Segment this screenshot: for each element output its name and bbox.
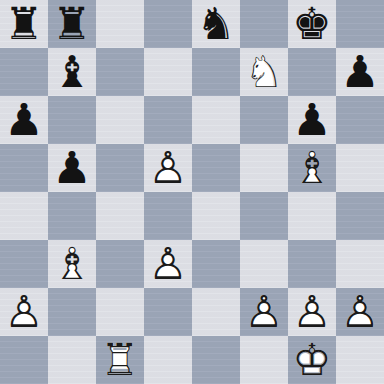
- square-h4[interactable]: [336, 192, 384, 240]
- piece-outline-glyph: ♗: [288, 144, 336, 192]
- square-e6[interactable]: [192, 96, 240, 144]
- square-c8[interactable]: [96, 0, 144, 48]
- square-d8[interactable]: [144, 0, 192, 48]
- square-c1[interactable]: ♜♖: [96, 336, 144, 384]
- square-f3[interactable]: [240, 240, 288, 288]
- square-b1[interactable]: [48, 336, 96, 384]
- square-g4[interactable]: [288, 192, 336, 240]
- square-a2[interactable]: ♟♙: [0, 288, 48, 336]
- piece-outline-glyph: ♗: [48, 240, 96, 288]
- square-c2[interactable]: [96, 288, 144, 336]
- piece-outline-glyph: ♙: [336, 288, 384, 336]
- piece-glyph: ♜: [48, 0, 96, 48]
- square-b8[interactable]: ♜: [48, 0, 96, 48]
- square-f6[interactable]: [240, 96, 288, 144]
- square-g3[interactable]: [288, 240, 336, 288]
- white-king-piece: ♚♔: [288, 336, 336, 384]
- white-pawn-piece: ♟♙: [144, 240, 192, 288]
- square-g7[interactable]: [288, 48, 336, 96]
- square-f1[interactable]: [240, 336, 288, 384]
- piece-outline-glyph: ♙: [144, 240, 192, 288]
- square-c3[interactable]: [96, 240, 144, 288]
- square-h1[interactable]: [336, 336, 384, 384]
- square-d7[interactable]: [144, 48, 192, 96]
- black-knight-piece: ♞: [192, 0, 240, 48]
- piece-outline-glyph: ♖: [96, 336, 144, 384]
- piece-glyph: ♞: [192, 0, 240, 48]
- black-rook-piece: ♜: [48, 0, 96, 48]
- square-b5[interactable]: ♟: [48, 144, 96, 192]
- piece-glyph: ♟: [0, 96, 48, 144]
- white-pawn-piece: ♟♙: [240, 288, 288, 336]
- square-a6[interactable]: ♟: [0, 96, 48, 144]
- square-b7[interactable]: ♝: [48, 48, 96, 96]
- white-bishop-piece: ♝♗: [288, 144, 336, 192]
- square-f4[interactable]: [240, 192, 288, 240]
- square-g5[interactable]: ♝♗: [288, 144, 336, 192]
- square-e8[interactable]: ♞: [192, 0, 240, 48]
- square-b3[interactable]: ♝♗: [48, 240, 96, 288]
- square-e4[interactable]: [192, 192, 240, 240]
- square-e7[interactable]: [192, 48, 240, 96]
- black-pawn-piece: ♟: [288, 96, 336, 144]
- piece-outline-glyph: ♙: [240, 288, 288, 336]
- square-a7[interactable]: [0, 48, 48, 96]
- black-pawn-piece: ♟: [336, 48, 384, 96]
- black-pawn-piece: ♟: [0, 96, 48, 144]
- square-h8[interactable]: [336, 0, 384, 48]
- piece-glyph: ♟: [336, 48, 384, 96]
- black-bishop-piece: ♝: [48, 48, 96, 96]
- white-knight-piece: ♞♘: [240, 48, 288, 96]
- square-a3[interactable]: [0, 240, 48, 288]
- white-bishop-piece: ♝♗: [48, 240, 96, 288]
- square-g2[interactable]: ♟♙: [288, 288, 336, 336]
- piece-glyph: ♟: [48, 144, 96, 192]
- piece-glyph: ♟: [288, 96, 336, 144]
- square-h2[interactable]: ♟♙: [336, 288, 384, 336]
- square-f2[interactable]: ♟♙: [240, 288, 288, 336]
- square-e1[interactable]: [192, 336, 240, 384]
- square-c7[interactable]: [96, 48, 144, 96]
- square-d4[interactable]: [144, 192, 192, 240]
- white-pawn-piece: ♟♙: [0, 288, 48, 336]
- black-king-piece: ♚: [288, 0, 336, 48]
- square-e2[interactable]: [192, 288, 240, 336]
- square-g6[interactable]: ♟: [288, 96, 336, 144]
- white-pawn-piece: ♟♙: [336, 288, 384, 336]
- square-a1[interactable]: [0, 336, 48, 384]
- square-a4[interactable]: [0, 192, 48, 240]
- square-d2[interactable]: [144, 288, 192, 336]
- piece-glyph: ♜: [0, 0, 48, 48]
- square-c6[interactable]: [96, 96, 144, 144]
- square-a8[interactable]: ♜: [0, 0, 48, 48]
- square-e5[interactable]: [192, 144, 240, 192]
- piece-glyph: ♚: [288, 0, 336, 48]
- piece-glyph: ♝: [48, 48, 96, 96]
- white-pawn-piece: ♟♙: [288, 288, 336, 336]
- square-d3[interactable]: ♟♙: [144, 240, 192, 288]
- piece-outline-glyph: ♙: [0, 288, 48, 336]
- square-a5[interactable]: [0, 144, 48, 192]
- square-h3[interactable]: [336, 240, 384, 288]
- square-f7[interactable]: ♞♘: [240, 48, 288, 96]
- piece-outline-glyph: ♔: [288, 336, 336, 384]
- square-b2[interactable]: [48, 288, 96, 336]
- square-h5[interactable]: [336, 144, 384, 192]
- square-d6[interactable]: [144, 96, 192, 144]
- square-d1[interactable]: [144, 336, 192, 384]
- square-c5[interactable]: [96, 144, 144, 192]
- square-g8[interactable]: ♚: [288, 0, 336, 48]
- white-pawn-piece: ♟♙: [144, 144, 192, 192]
- square-d5[interactable]: ♟♙: [144, 144, 192, 192]
- black-pawn-piece: ♟: [48, 144, 96, 192]
- square-b6[interactable]: [48, 96, 96, 144]
- square-h7[interactable]: ♟: [336, 48, 384, 96]
- white-rook-piece: ♜♖: [96, 336, 144, 384]
- square-h6[interactable]: [336, 96, 384, 144]
- square-g1[interactable]: ♚♔: [288, 336, 336, 384]
- square-e3[interactable]: [192, 240, 240, 288]
- chess-board: ♜♜♞♚♝♞♘♟♟♟♟♟♙♝♗♝♗♟♙♟♙♟♙♟♙♟♙♜♖♚♔: [0, 0, 384, 384]
- square-b4[interactable]: [48, 192, 96, 240]
- square-c4[interactable]: [96, 192, 144, 240]
- piece-outline-glyph: ♘: [240, 48, 288, 96]
- piece-outline-glyph: ♙: [288, 288, 336, 336]
- square-f8[interactable]: [240, 0, 288, 48]
- square-f5[interactable]: [240, 144, 288, 192]
- piece-outline-glyph: ♙: [144, 144, 192, 192]
- black-rook-piece: ♜: [0, 0, 48, 48]
